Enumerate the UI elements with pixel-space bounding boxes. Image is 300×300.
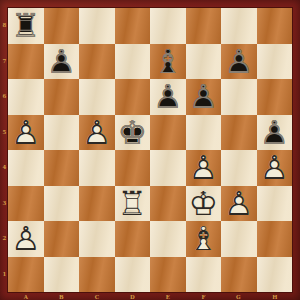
square-a3[interactable]	[8, 186, 44, 222]
square-h7[interactable]	[257, 44, 293, 80]
piece-glyph-detail: ♙	[221, 186, 257, 222]
square-a4[interactable]	[8, 150, 44, 186]
square-b2[interactable]	[44, 221, 80, 257]
square-h2[interactable]	[257, 221, 293, 257]
black-pawn[interactable]: ♟♙	[44, 44, 80, 80]
piece-glyph-detail: ♙	[257, 150, 293, 186]
square-f8[interactable]	[186, 8, 222, 44]
square-b6[interactable]	[44, 79, 80, 115]
black-pawn[interactable]: ♟♙	[186, 79, 222, 115]
square-f4[interactable]: ♟♙	[186, 150, 222, 186]
piece-glyph-detail: ♔	[115, 115, 151, 151]
square-c8[interactable]	[79, 8, 115, 44]
square-f3[interactable]: ♚♔	[186, 186, 222, 222]
square-d1[interactable]	[115, 257, 151, 293]
piece-glyph-detail: ♖	[8, 8, 44, 44]
piece-glyph-detail: ♙	[221, 44, 257, 80]
black-king[interactable]: ♚♔	[115, 115, 151, 151]
square-g7[interactable]: ♟♙	[221, 44, 257, 80]
square-h4[interactable]: ♟♙	[257, 150, 293, 186]
file-label-e: E	[150, 292, 186, 300]
file-label-f: F	[186, 292, 222, 300]
square-d8[interactable]	[115, 8, 151, 44]
square-f6[interactable]: ♟♙	[186, 79, 222, 115]
square-b8[interactable]	[44, 8, 80, 44]
square-g1[interactable]	[221, 257, 257, 293]
square-d3[interactable]: ♜♖	[115, 186, 151, 222]
piece-glyph-detail: ♙	[8, 221, 44, 257]
square-f5[interactable]	[186, 115, 222, 151]
square-h8[interactable]	[257, 8, 293, 44]
square-b4[interactable]	[44, 150, 80, 186]
rank-label-4: 4	[0, 150, 8, 186]
file-label-d: D	[115, 292, 151, 300]
square-d7[interactable]	[115, 44, 151, 80]
square-e1[interactable]	[150, 257, 186, 293]
square-g8[interactable]	[221, 8, 257, 44]
square-d4[interactable]	[115, 150, 151, 186]
square-c2[interactable]	[79, 221, 115, 257]
square-g3[interactable]: ♟♙	[221, 186, 257, 222]
square-h5[interactable]: ♟♙	[257, 115, 293, 151]
rank-label-3: 3	[0, 186, 8, 222]
square-c7[interactable]	[79, 44, 115, 80]
rank-labels: 87654321	[0, 8, 8, 292]
square-h6[interactable]	[257, 79, 293, 115]
piece-glyph-detail: ♗	[150, 44, 186, 80]
rank-label-7: 7	[0, 44, 8, 80]
file-labels: ABCDEFGH	[8, 292, 292, 300]
square-b3[interactable]	[44, 186, 80, 222]
square-e5[interactable]	[150, 115, 186, 151]
rank-label-1: 1	[0, 257, 8, 293]
piece-glyph-detail: ♙	[79, 115, 115, 151]
square-d2[interactable]	[115, 221, 151, 257]
square-g6[interactable]	[221, 79, 257, 115]
piece-glyph-detail: ♙	[150, 79, 186, 115]
chess-board: ♜♖♟♙♝♗♟♙♟♙♟♙♟♙♟♙♚♔♟♙♟♙♟♙♜♖♚♔♟♙♟♙♝♗	[8, 8, 292, 292]
file-label-b: B	[44, 292, 80, 300]
white-pawn[interactable]: ♟♙	[8, 221, 44, 257]
piece-glyph-detail: ♙	[186, 150, 222, 186]
rank-label-5: 5	[0, 115, 8, 151]
file-label-a: A	[8, 292, 44, 300]
black-pawn[interactable]: ♟♙	[150, 79, 186, 115]
square-e7[interactable]: ♝♗	[150, 44, 186, 80]
square-c1[interactable]	[79, 257, 115, 293]
chess-board-frame: ♜♖♟♙♝♗♟♙♟♙♟♙♟♙♟♙♚♔♟♙♟♙♟♙♜♖♚♔♟♙♟♙♝♗ 87654…	[0, 0, 300, 300]
piece-glyph-detail: ♙	[44, 44, 80, 80]
black-bishop[interactable]: ♝♗	[150, 44, 186, 80]
square-a8[interactable]: ♜♖	[8, 8, 44, 44]
white-pawn[interactable]: ♟♙	[79, 115, 115, 151]
square-d6[interactable]	[115, 79, 151, 115]
white-pawn[interactable]: ♟♙	[186, 150, 222, 186]
black-rook[interactable]: ♜♖	[8, 8, 44, 44]
square-b7[interactable]: ♟♙	[44, 44, 80, 80]
piece-glyph-detail: ♗	[186, 221, 222, 257]
piece-glyph-detail: ♙	[8, 115, 44, 151]
square-f7[interactable]	[186, 44, 222, 80]
square-h3[interactable]	[257, 186, 293, 222]
rank-label-8: 8	[0, 8, 8, 44]
square-f1[interactable]	[186, 257, 222, 293]
square-e2[interactable]	[150, 221, 186, 257]
square-a2[interactable]: ♟♙	[8, 221, 44, 257]
square-g2[interactable]	[221, 221, 257, 257]
white-pawn[interactable]: ♟♙	[257, 150, 293, 186]
file-label-c: C	[79, 292, 115, 300]
piece-glyph-detail: ♔	[186, 186, 222, 222]
black-pawn[interactable]: ♟♙	[221, 44, 257, 80]
black-pawn[interactable]: ♟♙	[257, 115, 293, 151]
square-a6[interactable]	[8, 79, 44, 115]
white-king[interactable]: ♚♔	[186, 186, 222, 222]
square-c4[interactable]	[79, 150, 115, 186]
square-a7[interactable]	[8, 44, 44, 80]
square-c5[interactable]: ♟♙	[79, 115, 115, 151]
square-a5[interactable]: ♟♙	[8, 115, 44, 151]
square-g5[interactable]	[221, 115, 257, 151]
square-b5[interactable]	[44, 115, 80, 151]
square-f2[interactable]: ♝♗	[186, 221, 222, 257]
square-b1[interactable]	[44, 257, 80, 293]
rank-label-6: 6	[0, 79, 8, 115]
white-bishop[interactable]: ♝♗	[186, 221, 222, 257]
file-label-g: G	[221, 292, 257, 300]
square-g4[interactable]	[221, 150, 257, 186]
square-e4[interactable]	[150, 150, 186, 186]
piece-glyph-detail: ♙	[257, 115, 293, 151]
square-e3[interactable]	[150, 186, 186, 222]
piece-glyph-detail: ♖	[115, 186, 151, 222]
white-pawn[interactable]: ♟♙	[8, 115, 44, 151]
rank-label-2: 2	[0, 221, 8, 257]
square-c3[interactable]	[79, 186, 115, 222]
file-label-h: H	[257, 292, 293, 300]
square-e6[interactable]: ♟♙	[150, 79, 186, 115]
square-d5[interactable]: ♚♔	[115, 115, 151, 151]
square-e8[interactable]	[150, 8, 186, 44]
piece-glyph-detail: ♙	[186, 79, 222, 115]
square-a1[interactable]	[8, 257, 44, 293]
white-rook[interactable]: ♜♖	[115, 186, 151, 222]
square-h1[interactable]	[257, 257, 293, 293]
square-c6[interactable]	[79, 79, 115, 115]
white-pawn[interactable]: ♟♙	[221, 186, 257, 222]
